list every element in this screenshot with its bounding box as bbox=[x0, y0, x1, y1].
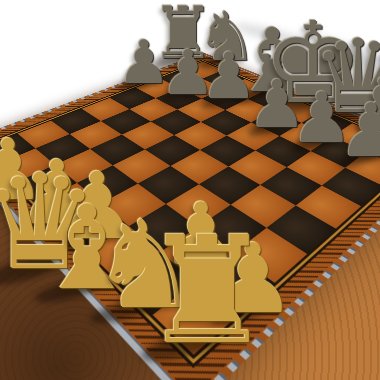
piece-black-pawn-f7[interactable]: ♟ bbox=[338, 93, 380, 167]
piece-white-rook-e2[interactable]: ♜ bbox=[141, 217, 274, 365]
product-photo-scene: ♜♞♟♝♟♟♚♛♟♟♟♟♟♟♟♟♛♝♞♟♜ bbox=[0, 0, 380, 380]
